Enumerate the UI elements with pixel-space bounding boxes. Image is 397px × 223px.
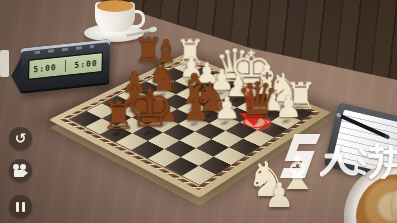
- camera-button[interactable]: [9, 159, 32, 182]
- pause-button[interactable]: [9, 195, 32, 218]
- undo-button[interactable]: ↺: [9, 127, 32, 150]
- coffee-surface: [97, 0, 133, 12]
- clock-left-time: 5:00: [33, 62, 56, 73]
- pause-icon: [22, 202, 25, 212]
- piece-black-r-f8[interactable]: ♜: [87, 97, 149, 135]
- clock-right-time: 5:00: [74, 58, 97, 69]
- napkin: [0, 50, 9, 77]
- captured-black-bishop: ♝: [152, 36, 180, 67]
- clock-display-divider: [65, 60, 66, 72]
- undo-icon: ↺: [15, 131, 27, 145]
- latte-art-leaf: [388, 189, 397, 221]
- chess-clock: 5:00 5:00: [20, 39, 110, 94]
- camera-icon: [24, 170, 28, 176]
- camera-icon: [14, 170, 24, 177]
- latte-art: [356, 174, 397, 223]
- captured-white-pawn: ♟: [264, 178, 294, 212]
- pause-icon: [16, 202, 19, 212]
- clock-display: 5:00 5:00: [28, 52, 103, 80]
- clock-wedge: [11, 56, 22, 94]
